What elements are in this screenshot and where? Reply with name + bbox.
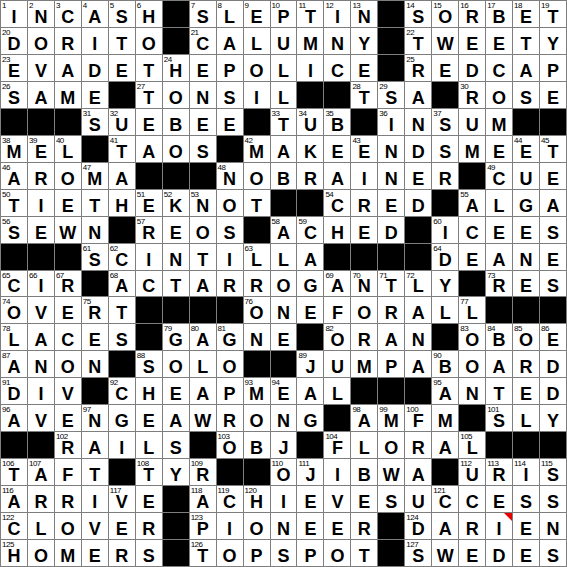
grid-cell[interactable]: P [297, 540, 323, 566]
grid-cell[interactable]: T [351, 540, 377, 566]
grid-cell[interactable]: 73R [486, 271, 512, 297]
grid-cell[interactable]: A [28, 324, 54, 350]
grid-cell[interactable]: O [55, 513, 81, 539]
grid-cell[interactable]: R [136, 513, 162, 539]
grid-cell[interactable]: 81G [217, 324, 243, 350]
grid-cell[interactable]: 22T [405, 28, 431, 54]
grid-cell[interactable]: E [540, 244, 566, 270]
grid-cell[interactable]: L [190, 351, 216, 377]
grid-cell[interactable]: V [55, 378, 81, 404]
grid-cell[interactable]: I [28, 190, 54, 216]
grid-cell[interactable]: D [378, 217, 404, 243]
grid-cell[interactable]: R [28, 486, 54, 512]
grid-cell[interactable]: T [244, 190, 270, 216]
grid-cell[interactable]: U [459, 109, 485, 135]
grid-cell[interactable]: N [378, 163, 404, 189]
grid-cell[interactable]: E [163, 217, 189, 243]
grid-cell[interactable]: 67R [55, 271, 81, 297]
grid-cell[interactable]: A [405, 82, 431, 108]
grid-cell[interactable]: E [486, 136, 512, 162]
grid-cell[interactable]: R [351, 513, 377, 539]
grid-cell[interactable]: E [109, 55, 135, 81]
grid-cell[interactable]: 89J [297, 351, 323, 377]
grid-cell[interactable]: H [324, 217, 350, 243]
grid-cell[interactable]: E [351, 217, 377, 243]
grid-cell[interactable]: 77L [459, 297, 485, 323]
grid-cell[interactable]: H [109, 190, 135, 216]
grid-cell[interactable]: I [28, 378, 54, 404]
grid-cell[interactable]: 121C [432, 486, 458, 512]
grid-cell[interactable]: A [405, 351, 431, 377]
grid-cell[interactable]: 76O [244, 297, 270, 323]
grid-cell[interactable]: 95A [432, 378, 458, 404]
grid-cell[interactable]: O [378, 432, 404, 458]
grid-cell[interactable]: T [109, 28, 135, 54]
grid-cell[interactable]: 53N [190, 190, 216, 216]
grid-cell[interactable]: A [378, 324, 404, 350]
grid-cell[interactable]: E [324, 136, 350, 162]
grid-cell[interactable]: C [324, 55, 350, 81]
grid-cell[interactable]: 127S [405, 540, 431, 566]
grid-cell[interactable]: 65C [1, 271, 27, 297]
grid-cell[interactable]: I [324, 459, 350, 485]
grid-cell[interactable]: E [82, 82, 108, 108]
grid-cell[interactable]: S [540, 217, 566, 243]
grid-cell[interactable]: 24H [163, 55, 189, 81]
grid-cell[interactable]: G [297, 405, 323, 431]
grid-cell[interactable]: O [55, 351, 81, 377]
grid-cell[interactable]: E [486, 217, 512, 243]
grid-cell[interactable]: 34U [297, 109, 323, 135]
grid-cell[interactable]: E [513, 513, 539, 539]
grid-cell[interactable]: E [513, 378, 539, 404]
grid-cell[interactable]: M [55, 82, 81, 108]
grid-cell[interactable]: A [190, 378, 216, 404]
grid-cell[interactable]: 59C [297, 217, 323, 243]
grid-cell[interactable]: A [136, 136, 162, 162]
grid-cell[interactable]: 44E [513, 136, 539, 162]
grid-cell[interactable]: H [136, 378, 162, 404]
grid-cell[interactable]: P [217, 378, 243, 404]
grid-cell[interactable]: E [459, 244, 485, 270]
grid-cell[interactable]: N [405, 109, 431, 135]
grid-cell[interactable]: A [271, 136, 297, 162]
grid-cell[interactable]: I [244, 82, 270, 108]
grid-cell[interactable]: D [405, 190, 431, 216]
grid-cell[interactable]: 60I [432, 217, 458, 243]
grid-cell[interactable]: S [540, 540, 566, 566]
grid-cell[interactable]: 36I [378, 109, 404, 135]
grid-cell[interactable]: A [55, 55, 81, 81]
grid-cell[interactable]: R [217, 405, 243, 431]
grid-cell[interactable]: 122C [1, 513, 27, 539]
grid-cell[interactable]: 5S [109, 1, 135, 27]
grid-cell[interactable]: 38M [1, 136, 27, 162]
grid-cell[interactable]: N [82, 217, 108, 243]
grid-cell[interactable]: 88S [136, 351, 162, 377]
grid-cell[interactable]: 79G [163, 324, 189, 350]
grid-cell[interactable]: 30R [459, 82, 485, 108]
grid-cell[interactable]: O [271, 271, 297, 297]
grid-cell[interactable]: I [297, 55, 323, 81]
grid-cell[interactable]: 39E [28, 136, 54, 162]
grid-cell[interactable]: 29S [378, 82, 404, 108]
grid-cell[interactable]: E [378, 190, 404, 216]
grid-cell[interactable]: A [405, 459, 431, 485]
grid-cell[interactable]: A [297, 378, 323, 404]
grid-cell[interactable]: 104F [324, 432, 350, 458]
grid-cell[interactable]: E [540, 82, 566, 108]
grid-cell[interactable]: D [486, 540, 512, 566]
grid-cell[interactable]: A [82, 432, 108, 458]
grid-cell[interactable]: 80A [190, 324, 216, 350]
grid-cell[interactable]: 40L [55, 136, 81, 162]
grid-cell[interactable]: 3C [55, 1, 81, 27]
grid-cell[interactable]: 9E [244, 1, 270, 27]
grid-cell[interactable]: R [217, 271, 243, 297]
grid-cell[interactable]: 50T [1, 190, 27, 216]
grid-cell[interactable]: 43E [351, 136, 377, 162]
grid-cell[interactable]: L [324, 378, 350, 404]
grid-cell[interactable]: 42M [244, 136, 270, 162]
grid-cell[interactable]: 69A [324, 271, 350, 297]
grid-cell[interactable]: L [513, 405, 539, 431]
grid-cell[interactable]: 115S [540, 459, 566, 485]
grid-cell[interactable]: I [217, 513, 243, 539]
grid-cell[interactable]: E [82, 324, 108, 350]
grid-cell[interactable]: S [540, 271, 566, 297]
grid-cell[interactable]: T [109, 297, 135, 323]
grid-cell[interactable]: E [55, 297, 81, 323]
grid-cell[interactable]: R [351, 324, 377, 350]
grid-cell[interactable]: A [432, 432, 458, 458]
grid-cell[interactable]: 56S [1, 217, 27, 243]
grid-cell[interactable]: 11T [297, 1, 323, 27]
grid-cell[interactable]: S [378, 486, 404, 512]
grid-cell[interactable]: O [163, 351, 189, 377]
grid-cell[interactable]: E [271, 324, 297, 350]
grid-cell[interactable]: O [244, 163, 270, 189]
grid-cell[interactable]: I [271, 486, 297, 512]
grid-cell[interactable]: 2N [28, 1, 54, 27]
grid-cell[interactable]: 25R [405, 55, 431, 81]
grid-cell[interactable]: S [513, 82, 539, 108]
grid-cell[interactable]: P [244, 540, 270, 566]
grid-cell[interactable]: 1I [1, 1, 27, 27]
grid-cell[interactable]: E [324, 513, 350, 539]
grid-cell[interactable]: 51E [136, 190, 162, 216]
grid-cell[interactable]: 110O [271, 459, 297, 485]
grid-cell[interactable]: E [405, 163, 431, 189]
grid-cell[interactable]: 120H [244, 486, 270, 512]
grid-cell[interactable]: E [163, 378, 189, 404]
grid-cell[interactable]: I [486, 513, 512, 539]
grid-cell[interactable]: T [513, 28, 539, 54]
grid-cell[interactable]: 32U [109, 109, 135, 135]
grid-cell[interactable]: 23E [1, 55, 27, 81]
grid-cell[interactable]: A [486, 244, 512, 270]
grid-cell[interactable]: 63L [244, 244, 270, 270]
grid-cell[interactable]: S [217, 217, 243, 243]
grid-cell[interactable]: 66I [28, 271, 54, 297]
grid-cell[interactable]: L [28, 513, 54, 539]
grid-cell[interactable]: 75R [82, 297, 108, 323]
grid-cell[interactable]: 12I [324, 1, 350, 27]
grid-cell[interactable]: N [163, 244, 189, 270]
grid-cell[interactable]: K [297, 136, 323, 162]
grid-cell[interactable]: L [432, 297, 458, 323]
grid-cell[interactable]: D [459, 55, 485, 81]
grid-cell[interactable]: P [378, 351, 404, 377]
grid-cell[interactable]: O [163, 136, 189, 162]
grid-cell[interactable]: V [324, 486, 350, 512]
grid-cell[interactable]: D [82, 55, 108, 81]
grid-cell[interactable]: S [163, 432, 189, 458]
grid-cell[interactable]: R [109, 540, 135, 566]
grid-cell[interactable]: R [513, 351, 539, 377]
grid-cell[interactable]: I [217, 244, 243, 270]
grid-cell[interactable]: V [82, 513, 108, 539]
grid-cell[interactable]: W [190, 405, 216, 431]
grid-cell[interactable]: M [297, 28, 323, 54]
grid-cell[interactable]: 21C [190, 28, 216, 54]
grid-cell[interactable]: F [55, 459, 81, 485]
grid-cell[interactable]: 64D [432, 244, 458, 270]
grid-cell[interactable]: R [459, 513, 485, 539]
grid-cell[interactable]: 107A [28, 459, 54, 485]
grid-cell[interactable]: C [136, 271, 162, 297]
grid-cell[interactable]: C [459, 486, 485, 512]
grid-cell[interactable]: 112U [459, 459, 485, 485]
grid-cell[interactable]: 19T [540, 1, 566, 27]
grid-cell[interactable]: E [486, 486, 512, 512]
grid-cell[interactable]: E [109, 513, 135, 539]
grid-cell[interactable]: 84B [486, 324, 512, 350]
grid-cell[interactable]: O [28, 28, 54, 54]
grid-cell[interactable]: G [109, 405, 135, 431]
grid-cell[interactable]: T [82, 459, 108, 485]
grid-cell[interactable]: 119C [217, 486, 243, 512]
grid-cell[interactable]: S [190, 136, 216, 162]
grid-cell[interactable]: N [244, 324, 270, 350]
grid-cell[interactable]: 105L [459, 432, 485, 458]
grid-cell[interactable]: O [459, 351, 485, 377]
grid-cell[interactable]: A [28, 82, 54, 108]
grid-cell[interactable]: G [513, 190, 539, 216]
grid-cell[interactable]: O [55, 163, 81, 189]
grid-cell[interactable]: O [136, 28, 162, 54]
grid-cell[interactable]: 83O [459, 324, 485, 350]
grid-cell[interactable]: N [513, 244, 539, 270]
grid-cell[interactable]: 98A [351, 405, 377, 431]
grid-cell[interactable]: E [513, 217, 539, 243]
grid-cell[interactable]: D [405, 136, 431, 162]
grid-cell[interactable]: 35B [324, 109, 350, 135]
grid-cell[interactable]: 31S [82, 109, 108, 135]
grid-cell[interactable]: 41T [109, 136, 135, 162]
grid-cell[interactable]: O [244, 405, 270, 431]
grid-cell[interactable]: W [432, 540, 458, 566]
grid-cell[interactable]: S [513, 486, 539, 512]
grid-cell[interactable]: I [82, 486, 108, 512]
grid-cell[interactable]: 45T [540, 136, 566, 162]
grid-cell[interactable]: A [405, 297, 431, 323]
grid-cell[interactable]: 71T [378, 271, 404, 297]
grid-cell[interactable]: O [190, 217, 216, 243]
grid-cell[interactable]: 103O [217, 432, 243, 458]
grid-cell[interactable]: T [486, 378, 512, 404]
grid-cell[interactable]: 7S [190, 1, 216, 27]
grid-cell[interactable]: I [82, 28, 108, 54]
grid-cell[interactable]: 37S [432, 109, 458, 135]
grid-cell[interactable]: 20D [1, 28, 27, 54]
grid-cell[interactable]: N [271, 513, 297, 539]
grid-cell[interactable]: 4A [82, 1, 108, 27]
grid-cell[interactable]: 118A [190, 486, 216, 512]
grid-cell[interactable]: U [271, 28, 297, 54]
grid-cell[interactable]: L [136, 432, 162, 458]
grid-cell[interactable]: N [190, 82, 216, 108]
grid-cell[interactable]: N [28, 351, 54, 377]
grid-cell[interactable]: O [217, 190, 243, 216]
grid-cell[interactable]: J [271, 432, 297, 458]
grid-cell[interactable]: A [297, 244, 323, 270]
grid-cell[interactable]: O [217, 540, 243, 566]
grid-cell[interactable]: T [163, 271, 189, 297]
grid-cell[interactable]: R [432, 163, 458, 189]
grid-cell[interactable]: 125H [1, 540, 27, 566]
grid-cell[interactable]: 72L [405, 271, 431, 297]
grid-cell[interactable]: O [28, 540, 54, 566]
grid-cell[interactable]: O [351, 297, 377, 323]
grid-cell[interactable]: 68A [109, 271, 135, 297]
grid-cell[interactable]: T [82, 190, 108, 216]
grid-cell[interactable]: 26S [1, 82, 27, 108]
grid-cell[interactable]: L [271, 55, 297, 81]
grid-cell[interactable]: A [432, 513, 458, 539]
grid-cell[interactable]: U [405, 486, 431, 512]
grid-cell[interactable]: F [324, 297, 350, 323]
grid-cell[interactable]: O [163, 82, 189, 108]
grid-cell[interactable]: Y [432, 271, 458, 297]
grid-cell[interactable]: N [271, 297, 297, 323]
grid-cell[interactable]: E [190, 55, 216, 81]
grid-cell[interactable]: 78L [1, 324, 27, 350]
grid-cell[interactable]: 113R [486, 459, 512, 485]
grid-cell[interactable]: E [190, 109, 216, 135]
grid-cell[interactable]: A [163, 405, 189, 431]
grid-cell[interactable]: M [351, 351, 377, 377]
grid-cell[interactable]: S [540, 486, 566, 512]
grid-cell[interactable]: 46A [1, 163, 27, 189]
grid-cell[interactable]: N [378, 136, 404, 162]
grid-cell[interactable]: L [351, 432, 377, 458]
grid-cell[interactable]: R [28, 163, 54, 189]
grid-cell[interactable]: C [459, 217, 485, 243]
grid-cell[interactable]: 100F [405, 405, 431, 431]
grid-cell[interactable]: 55A [459, 190, 485, 216]
grid-cell[interactable]: 91D [1, 378, 27, 404]
grid-cell[interactable]: 70N [351, 271, 377, 297]
grid-cell[interactable]: R [244, 271, 270, 297]
grid-cell[interactable]: E [351, 55, 377, 81]
grid-cell[interactable]: 48N [217, 163, 243, 189]
grid-cell[interactable]: U [324, 351, 350, 377]
grid-cell[interactable]: E [540, 163, 566, 189]
grid-cell[interactable]: M [55, 540, 81, 566]
grid-cell[interactable]: E [459, 28, 485, 54]
grid-cell[interactable]: 97N [82, 405, 108, 431]
grid-cell[interactable]: 54C [324, 190, 350, 216]
grid-cell[interactable]: S [217, 82, 243, 108]
grid-cell[interactable]: 28T [351, 82, 377, 108]
grid-cell[interactable]: L [244, 28, 270, 54]
grid-cell[interactable]: 85O [513, 324, 539, 350]
grid-cell[interactable]: N [405, 324, 431, 350]
grid-cell[interactable]: N [324, 28, 350, 54]
grid-cell[interactable]: O [324, 540, 350, 566]
grid-cell[interactable]: Y [540, 28, 566, 54]
grid-cell[interactable]: A [513, 55, 539, 81]
grid-cell[interactable]: S [136, 540, 162, 566]
grid-cell[interactable]: C [486, 55, 512, 81]
grid-cell[interactable]: Y [540, 405, 566, 431]
grid-cell[interactable]: E [28, 217, 54, 243]
grid-cell[interactable]: I [351, 163, 377, 189]
grid-cell[interactable]: 106T [1, 459, 27, 485]
grid-cell[interactable]: 116A [1, 486, 27, 512]
grid-cell[interactable]: E [136, 405, 162, 431]
grid-cell[interactable]: 90B [432, 351, 458, 377]
grid-cell[interactable]: 96A [1, 405, 27, 431]
grid-cell[interactable]: A [217, 28, 243, 54]
grid-cell[interactable]: L [271, 82, 297, 108]
grid-cell[interactable]: T [136, 55, 162, 81]
grid-cell[interactable]: U [513, 163, 539, 189]
grid-cell[interactable]: A [486, 351, 512, 377]
grid-cell[interactable]: 108T [136, 459, 162, 485]
grid-cell[interactable]: L [271, 244, 297, 270]
grid-cell[interactable]: 126T [190, 540, 216, 566]
grid-cell[interactable]: E [297, 486, 323, 512]
grid-cell[interactable]: W [378, 459, 404, 485]
grid-cell[interactable]: R [378, 297, 404, 323]
grid-cell[interactable]: E [486, 28, 512, 54]
grid-cell[interactable]: 109R [190, 459, 216, 485]
grid-cell[interactable]: 47M [82, 163, 108, 189]
grid-cell[interactable]: I [136, 244, 162, 270]
grid-cell[interactable]: 33T [271, 109, 297, 135]
grid-cell[interactable]: B [163, 109, 189, 135]
grid-cell[interactable]: C [55, 324, 81, 350]
grid-cell[interactable]: N [271, 405, 297, 431]
grid-cell[interactable]: B [351, 459, 377, 485]
grid-cell[interactable]: E [55, 190, 81, 216]
grid-cell[interactable]: 117V [109, 486, 135, 512]
grid-cell[interactable]: N [459, 378, 485, 404]
grid-cell[interactable]: I [109, 432, 135, 458]
grid-cell[interactable]: O [217, 351, 243, 377]
grid-cell[interactable]: A [540, 190, 566, 216]
grid-cell[interactable]: 111J [297, 459, 323, 485]
grid-cell[interactable]: L [486, 190, 512, 216]
grid-cell[interactable]: A [190, 271, 216, 297]
grid-cell[interactable]: 87A [1, 351, 27, 377]
grid-cell[interactable]: 17B [486, 1, 512, 27]
grid-cell[interactable]: 86E [540, 324, 566, 350]
grid-cell[interactable]: 61S [82, 244, 108, 270]
grid-cell[interactable]: R [351, 190, 377, 216]
